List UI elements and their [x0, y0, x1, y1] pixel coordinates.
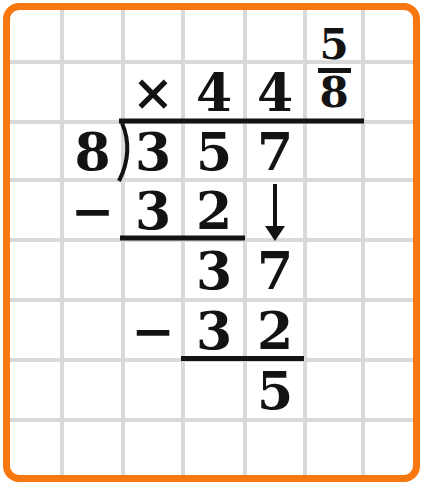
grid-cell	[10, 182, 60, 238]
grid-cell	[125, 242, 181, 298]
grid-cell	[10, 362, 60, 418]
grid-cell	[185, 362, 243, 418]
grid-cell-digit: 5	[307, 10, 361, 60]
grid-cell	[365, 242, 413, 298]
grid-cell	[10, 10, 60, 60]
grid-cell-digit: 4	[247, 64, 303, 120]
grid-cell	[64, 362, 121, 418]
grid-cell	[247, 182, 303, 238]
grid-cell	[307, 422, 361, 475]
grid-cell	[185, 10, 243, 60]
grid-cell-digit: 8	[307, 64, 361, 120]
grid-cell-digit: 3	[185, 242, 243, 298]
grid-cell-digit: 3	[125, 182, 181, 238]
grid-cell-digit: −	[64, 182, 121, 238]
grid-cell-digit: 4	[185, 64, 243, 120]
grid-cell	[64, 64, 121, 120]
grid-cell	[247, 422, 303, 475]
grid-cell	[365, 124, 413, 178]
grid-cell	[365, 64, 413, 120]
grid-cell	[307, 124, 361, 178]
grid-cell	[365, 362, 413, 418]
grid-cell	[365, 422, 413, 475]
grid-cell	[365, 10, 413, 60]
grid-cell-digit: 2	[185, 182, 243, 238]
grid-cell	[185, 422, 243, 475]
grid-cell-digit: 3	[185, 302, 243, 358]
grid-cell-digit: 5	[185, 124, 243, 178]
grid-cell-digit: 5	[247, 362, 303, 418]
grid-cell	[10, 422, 60, 475]
grid-cell	[365, 182, 413, 238]
grid-cell	[64, 302, 121, 358]
grid-cell	[307, 182, 361, 238]
grid-cell	[64, 10, 121, 60]
grid-cell-digit: 2	[247, 302, 303, 358]
grid-cell-digit: 8	[64, 124, 121, 178]
grid-cell-digit: 3	[125, 124, 181, 178]
grid-cell	[247, 10, 303, 60]
grid-cell-digit: 7	[247, 124, 303, 178]
grid-cell	[125, 10, 181, 60]
grid-cell	[125, 422, 181, 475]
grid-cell	[10, 64, 60, 120]
grid-cell-digit: 7	[247, 242, 303, 298]
grid-cell	[10, 242, 60, 298]
grid-cell	[125, 362, 181, 418]
grid-cell	[365, 302, 413, 358]
long-division-worksheet: 5×4488357−3237−325	[0, 0, 423, 485]
grid-cell	[307, 242, 361, 298]
squared-paper-grid: 5×4488357−3237−325	[10, 10, 413, 475]
grid-cell	[307, 362, 361, 418]
grid-cell	[64, 422, 121, 475]
grid-cell	[307, 302, 361, 358]
grid-cell-digit: ×	[125, 64, 181, 120]
grid-cell-digit: −	[125, 302, 181, 358]
grid-cell	[10, 302, 60, 358]
grid-cell	[10, 124, 60, 178]
grid-cell	[64, 242, 121, 298]
